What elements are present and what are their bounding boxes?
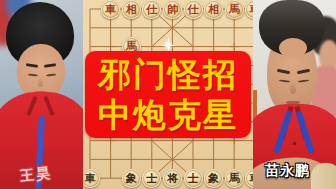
sparkle-effect [163, 40, 173, 50]
right-player-forehead [279, 38, 307, 58]
table-cup [311, 163, 336, 189]
left-player-nose [38, 77, 43, 87]
piece-black-c8r10[interactable]: 馬 [225, 169, 244, 188]
right-player-nose [290, 82, 296, 94]
title-banner: 邪门怪招 中炮克星 [85, 51, 251, 138]
video-thumbnail: 車相仕帥仕相馬車馬車象士将士象馬車 邪门怪招 中炮克星 王昊 [0, 0, 336, 189]
piece-red-c8r1[interactable]: 馬 [225, 0, 244, 19]
right-player-photo: 苗永鹏 [253, 0, 336, 189]
banner-line-1: 邪门怪招 [98, 55, 238, 95]
piece-black-c7r10[interactable]: 象 [204, 169, 223, 188]
piece-black-c1r10[interactable]: 車 [83, 169, 100, 188]
piece-red-c9r1[interactable]: 車 [245, 0, 253, 19]
banner-line-2: 中炮克星 [98, 95, 238, 135]
piece-black-c4r10[interactable]: 士 [142, 169, 161, 188]
piece-black-c5r10[interactable]: 将 [163, 169, 182, 188]
left-player-name: 王昊 [19, 164, 53, 185]
piece-red-c6r1[interactable]: 仕 [184, 0, 203, 19]
piece-red-c4r1[interactable]: 仕 [142, 0, 161, 19]
piece-black-c9r10[interactable]: 車 [245, 169, 253, 188]
piece-black-c3r10[interactable]: 象 [122, 169, 141, 188]
right-player-button [293, 142, 296, 145]
piece-red-c5r1[interactable]: 帥 [163, 0, 182, 19]
piece-red-c2r1[interactable]: 車 [101, 0, 120, 19]
piece-black-c6r10[interactable]: 士 [184, 169, 203, 188]
left-player-photo: 王昊 [0, 0, 83, 189]
right-player-name: 苗永鹏 [265, 162, 310, 180]
piece-red-c7r1[interactable]: 相 [204, 0, 223, 19]
piece-red-c3r1[interactable]: 相 [122, 0, 141, 19]
